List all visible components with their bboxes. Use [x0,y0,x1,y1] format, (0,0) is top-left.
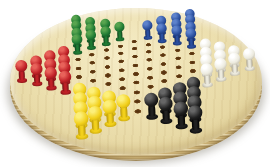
board-hole[interactable] [103,73,111,79]
yellow-peg-head [102,100,117,115]
red-peg[interactable] [29,63,44,87]
green-peg[interactable] [71,34,85,55]
board-hole[interactable] [133,109,143,116]
board-hole[interactable] [160,61,168,67]
board-hole[interactable] [174,73,182,79]
board-hole[interactable] [188,60,196,66]
board-hole[interactable] [88,53,96,58]
blue-peg[interactable] [170,25,183,46]
red-peg-head [44,67,57,80]
board-hole[interactable] [131,47,138,52]
board-hole[interactable] [103,56,111,61]
white-peg[interactable] [199,63,215,88]
board-hole[interactable] [89,61,97,66]
green-peg[interactable] [113,21,126,41]
board-hole[interactable] [132,89,141,95]
board-hole[interactable] [103,48,110,53]
blue-peg[interactable] [156,22,169,43]
blue-peg[interactable] [141,20,154,40]
white-peg[interactable] [241,48,256,72]
black-peg-head [187,105,203,121]
board-hole[interactable] [188,51,196,56]
white-peg-head [242,48,255,61]
board-hole[interactable] [133,99,142,105]
board-hole[interactable] [117,51,125,56]
board-hole[interactable] [146,66,154,72]
board-hole[interactable] [188,68,196,74]
board-hole[interactable] [75,66,83,72]
white-peg-head [200,63,213,76]
board-hole[interactable] [104,81,113,87]
board-hole[interactable] [131,39,138,44]
green-peg-head [86,30,97,41]
board-hole[interactable] [75,74,83,80]
board-hole[interactable] [146,58,154,63]
yellow-peg-head [74,111,90,127]
blue-peg-head [171,25,182,36]
board-hole[interactable] [174,56,182,61]
blue-peg[interactable] [184,28,198,49]
blue-peg-head [142,20,153,31]
blue-peg-head [156,23,167,34]
red-peg[interactable] [14,60,29,84]
black-peg[interactable] [186,105,205,134]
board-hole[interactable] [117,68,125,74]
white-peg-head [214,58,227,71]
board-hole[interactable] [103,64,111,70]
board-hole[interactable] [145,42,152,47]
board-hole[interactable] [160,78,169,84]
yellow-peg[interactable] [72,111,91,140]
board-hole[interactable] [174,48,182,53]
red-peg-head [58,70,71,83]
green-peg-head [114,22,125,33]
board-hole[interactable] [118,85,127,91]
board-hole[interactable] [146,75,154,81]
board-hole[interactable] [117,59,125,64]
board-hole[interactable] [74,57,82,62]
green-peg-head [72,34,83,45]
red-peg-head [30,63,43,76]
white-peg[interactable] [213,58,229,82]
board-hole[interactable] [132,80,141,86]
board-hole[interactable] [174,65,182,71]
board-hole[interactable] [132,71,140,77]
yellow-peg-head [88,105,103,120]
blue-peg-head [185,28,196,39]
white-peg[interactable] [227,53,242,77]
board-hole[interactable] [131,54,139,59]
board-hole[interactable] [117,44,124,49]
white-peg-head [228,53,241,66]
board-hole[interactable] [89,78,97,84]
peg-layer [0,0,270,167]
red-peg-head [15,60,28,73]
board-hole[interactable] [160,70,168,76]
board-hole[interactable] [131,63,139,69]
green-peg[interactable] [85,30,98,51]
green-peg-head [100,25,111,36]
board-hole[interactable] [118,76,126,82]
green-peg[interactable] [99,25,112,46]
board-hole[interactable] [160,53,168,58]
board-hole[interactable] [145,50,153,55]
chinese-checkers-photo [0,0,270,167]
board-hole[interactable] [159,45,166,50]
board-hole[interactable] [146,84,155,90]
board-hole[interactable] [89,69,97,75]
